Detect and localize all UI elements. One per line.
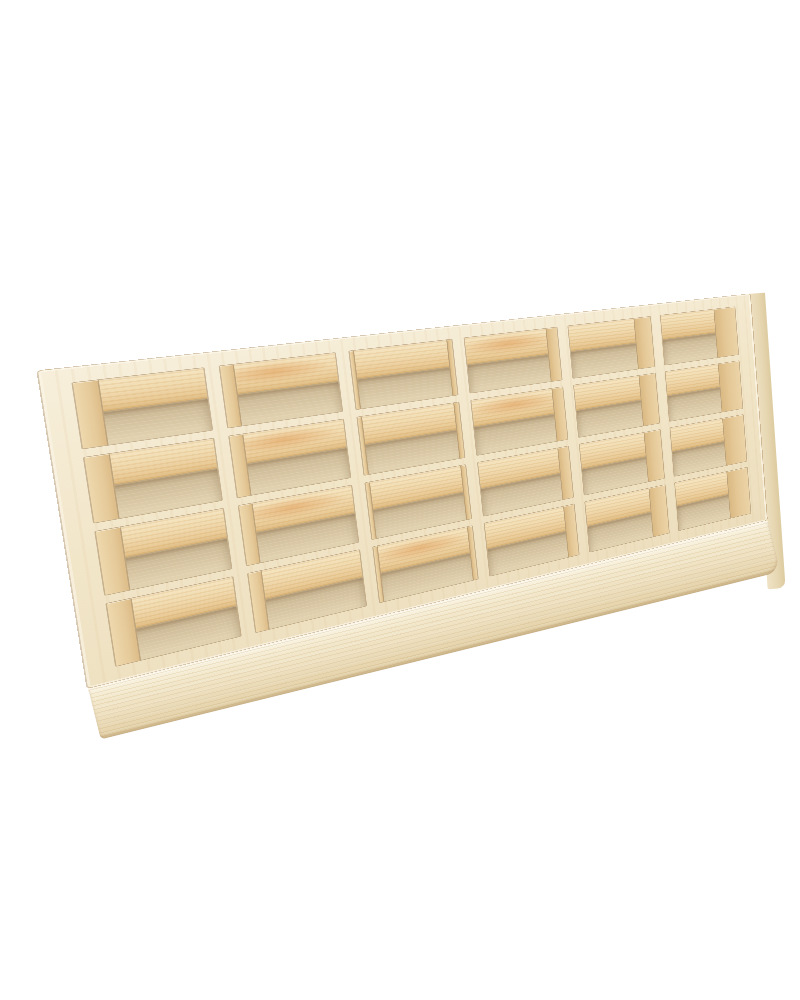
compartment-r3c3 — [366, 465, 472, 539]
compartment-r3c6 — [670, 415, 746, 477]
compartment-r4c2 — [248, 550, 366, 632]
compartment-r1c2 — [220, 353, 342, 428]
compartment-r2c2 — [230, 419, 351, 497]
compartment-r1c4 — [465, 327, 561, 393]
compartment-r1c5 — [568, 317, 654, 379]
divider-side-face-east — [722, 415, 746, 466]
compartment-r2c1 — [84, 439, 221, 523]
divider-side-face-east — [726, 467, 750, 518]
divider-side-face-east — [643, 430, 664, 482]
compartment-r4c5 — [585, 485, 669, 552]
compartment-r2c5 — [574, 373, 659, 436]
divider-side-face-east — [713, 307, 738, 358]
divider-side-face-east — [718, 361, 743, 412]
product-photo-stage — [0, 0, 800, 1000]
compartment-r1c3 — [350, 339, 458, 409]
compartment-r2c3 — [358, 402, 465, 474]
divider-side-face-east — [633, 317, 654, 369]
compartment-r3c5 — [579, 430, 664, 495]
compartment-r4c4 — [485, 504, 578, 576]
compartment-r1c1 — [73, 368, 212, 449]
compartment-r2c6 — [665, 361, 742, 421]
divider-side-face-east — [648, 485, 668, 537]
divider-side-face-east — [638, 373, 659, 425]
compartment-r2c4 — [472, 387, 567, 455]
compartment-r4c6 — [675, 467, 751, 530]
compartment-r4c3 — [374, 526, 479, 603]
compartment-r1c6 — [661, 307, 739, 365]
compartment-r3c4 — [479, 446, 573, 516]
